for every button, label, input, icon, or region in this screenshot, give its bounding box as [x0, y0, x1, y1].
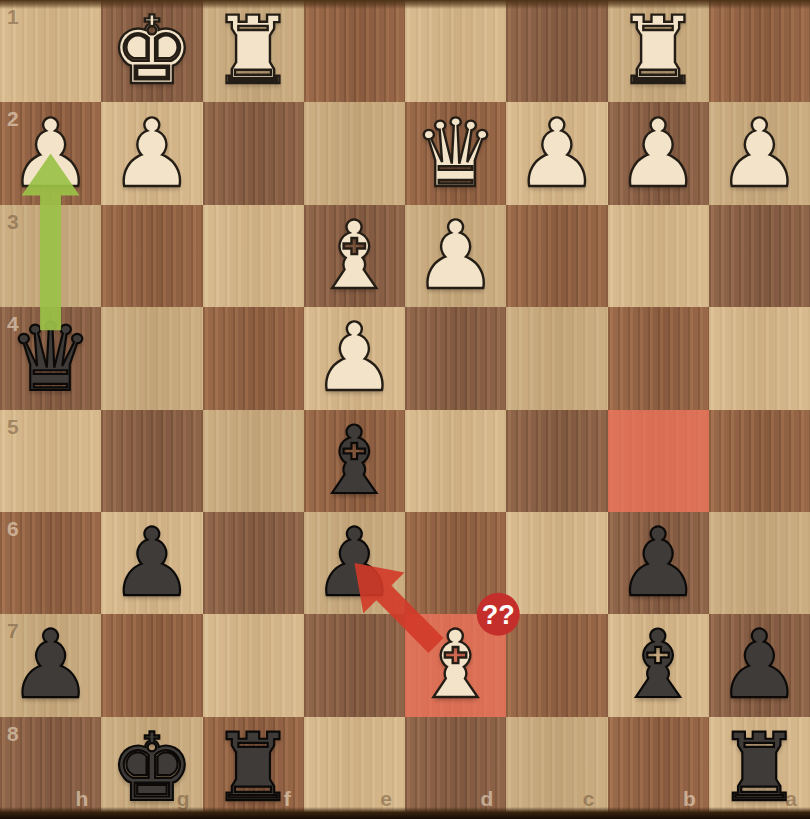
piece-white-pawn-g2[interactable]: ♟ [101, 102, 202, 204]
square-f2[interactable] [203, 102, 304, 204]
piece-white-pawn-d3[interactable]: ♟ [405, 205, 506, 307]
square-b4[interactable] [608, 307, 709, 409]
piece-white-pawn-c2[interactable]: ♟ [506, 102, 607, 204]
piece-white-bishop-d7[interactable]: ♝ [405, 614, 506, 716]
piece-black-king-g8[interactable]: ♚ [101, 717, 202, 819]
square-f4[interactable] [203, 307, 304, 409]
piece-black-pawn-b6[interactable]: ♟ [608, 512, 709, 614]
square-b5[interactable] [608, 410, 709, 512]
piece-black-pawn-h7[interactable]: ♟ [0, 614, 101, 716]
square-h5[interactable] [0, 410, 101, 512]
square-c8[interactable] [506, 717, 607, 819]
square-f5[interactable] [203, 410, 304, 512]
piece-white-bishop-e3[interactable]: ♝ [304, 205, 405, 307]
square-f7[interactable] [203, 614, 304, 716]
square-e7[interactable] [304, 614, 405, 716]
piece-black-bishop-e5[interactable]: ♝ [304, 410, 405, 512]
square-d5[interactable] [405, 410, 506, 512]
square-f3[interactable] [203, 205, 304, 307]
square-a3[interactable] [709, 205, 810, 307]
piece-white-rook-f1[interactable]: ♜ [203, 0, 304, 102]
square-h3[interactable] [0, 205, 101, 307]
piece-black-pawn-e6[interactable]: ♟ [304, 512, 405, 614]
square-h1[interactable] [0, 0, 101, 102]
square-d1[interactable] [405, 0, 506, 102]
square-a1[interactable] [709, 0, 810, 102]
square-d8[interactable] [405, 717, 506, 819]
square-c1[interactable] [506, 0, 607, 102]
square-c6[interactable] [506, 512, 607, 614]
square-h8[interactable] [0, 717, 101, 819]
square-g3[interactable] [101, 205, 202, 307]
square-g5[interactable] [101, 410, 202, 512]
square-d6[interactable] [405, 512, 506, 614]
piece-white-queen-d2[interactable]: ♛ [405, 102, 506, 204]
square-e2[interactable] [304, 102, 405, 204]
square-c7[interactable] [506, 614, 607, 716]
piece-black-pawn-g6[interactable]: ♟ [101, 512, 202, 614]
piece-white-rook-b1[interactable]: ♜ [608, 0, 709, 102]
piece-white-pawn-h2[interactable]: ♟ [0, 102, 101, 204]
square-a5[interactable] [709, 410, 810, 512]
square-f6[interactable] [203, 512, 304, 614]
piece-white-pawn-e4[interactable]: ♟ [304, 307, 405, 409]
piece-black-rook-f8[interactable]: ♜ [203, 717, 304, 819]
piece-white-pawn-b2[interactable]: ♟ [608, 102, 709, 204]
piece-white-pawn-a2[interactable]: ♟ [709, 102, 810, 204]
square-b3[interactable] [608, 205, 709, 307]
chess-board-container: 12345678hgfedcba ♚♜♜♟♟♛♟♟♟♝♟♟♝♛♝♟♟♟♟♝♟♚♜… [0, 0, 810, 819]
square-g4[interactable] [101, 307, 202, 409]
square-c4[interactable] [506, 307, 607, 409]
square-h6[interactable] [0, 512, 101, 614]
piece-white-king-g1[interactable]: ♚ [101, 0, 202, 102]
square-e1[interactable] [304, 0, 405, 102]
square-c5[interactable] [506, 410, 607, 512]
square-b8[interactable] [608, 717, 709, 819]
square-g7[interactable] [101, 614, 202, 716]
square-e8[interactable] [304, 717, 405, 819]
square-d4[interactable] [405, 307, 506, 409]
piece-black-rook-a8[interactable]: ♜ [709, 717, 810, 819]
piece-black-queen-h4[interactable]: ♛ [0, 307, 101, 409]
square-c3[interactable] [506, 205, 607, 307]
square-a4[interactable] [709, 307, 810, 409]
square-a6[interactable] [709, 512, 810, 614]
piece-black-pawn-a7[interactable]: ♟ [709, 614, 810, 716]
piece-black-bishop-b7[interactable]: ♝ [608, 614, 709, 716]
